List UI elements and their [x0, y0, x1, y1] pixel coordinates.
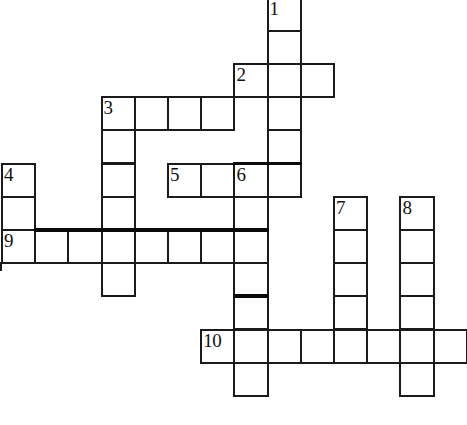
cell-r1c8[interactable]	[267, 30, 302, 65]
cell-r9c10[interactable]	[333, 295, 368, 330]
cell-r5c8[interactable]	[267, 163, 302, 198]
cell-r7c12[interactable]	[399, 229, 434, 264]
cell-r9c7[interactable]	[233, 295, 268, 330]
clue-number-10: 10	[203, 331, 221, 351]
cell-r3c5[interactable]	[167, 96, 202, 131]
cell-r2c8[interactable]	[267, 63, 302, 98]
cell-r5c7[interactable]: 6	[233, 163, 268, 198]
crossword-board: 12345678910	[0, 0, 467, 425]
cell-r8c12[interactable]	[399, 262, 434, 297]
cell-r7c6[interactable]	[200, 229, 235, 264]
bold-grid-line	[233, 162, 301, 165]
clue-number-4: 4	[4, 165, 13, 185]
cell-r2c9[interactable]	[300, 63, 335, 98]
cell-r3c8[interactable]	[267, 96, 302, 131]
cell-r5c0[interactable]: 4	[1, 163, 36, 198]
clue-number-9: 9	[4, 231, 13, 251]
cell-r7c4[interactable]	[134, 229, 169, 264]
cell-r5c5[interactable]: 5	[167, 163, 202, 198]
cell-r10c7[interactable]	[233, 329, 268, 364]
cell-r7c0[interactable]: 9	[1, 229, 36, 264]
clue-number-8: 8	[402, 198, 411, 218]
clue-number-6: 6	[236, 165, 245, 185]
cell-r8c7[interactable]	[233, 262, 268, 297]
cell-r6c12[interactable]: 8	[399, 196, 434, 231]
cell-r5c6[interactable]	[200, 163, 235, 198]
bold-grid-line	[34, 228, 268, 231]
clue-number-7: 7	[336, 198, 345, 218]
cell-r10c11[interactable]	[366, 329, 401, 364]
cell-r2c7[interactable]: 2	[233, 63, 268, 98]
cell-r6c10[interactable]: 7	[333, 196, 368, 231]
cell-r10c8[interactable]	[267, 329, 302, 364]
cell-r6c0[interactable]	[1, 196, 36, 231]
cell-r11c12[interactable]	[399, 362, 434, 397]
cell-r10c13[interactable]	[433, 329, 467, 364]
clue-number-3: 3	[104, 98, 113, 118]
cell-r3c6[interactable]	[200, 96, 235, 131]
cell-r9c12[interactable]	[399, 295, 434, 330]
cell-r0c8[interactable]: 1	[267, 0, 302, 32]
cell-r4c8[interactable]	[267, 129, 302, 164]
cell-r7c2[interactable]	[67, 229, 102, 264]
cell-r7c7[interactable]	[233, 229, 268, 264]
cell-r8c3[interactable]	[101, 262, 136, 297]
cell-r7c1[interactable]	[34, 229, 69, 264]
cell-r11c7[interactable]	[233, 362, 268, 397]
bold-grid-line	[233, 294, 268, 298]
cell-r3c3[interactable]: 3	[101, 96, 136, 131]
clue-number-2: 2	[236, 65, 245, 85]
stray-tick-mark	[0, 262, 2, 271]
clue-number-5: 5	[170, 165, 179, 185]
cell-r4c3[interactable]	[101, 129, 136, 164]
cell-r7c5[interactable]	[167, 229, 202, 264]
cell-r10c9[interactable]	[300, 329, 335, 364]
cell-r8c10[interactable]	[333, 262, 368, 297]
cell-r10c6[interactable]: 10	[200, 329, 235, 364]
cell-r6c3[interactable]	[101, 196, 136, 231]
cell-r10c10[interactable]	[333, 329, 368, 364]
cell-r7c3[interactable]	[101, 229, 136, 264]
cell-r7c10[interactable]	[333, 229, 368, 264]
cell-r6c7[interactable]	[233, 196, 268, 231]
cell-r3c4[interactable]	[134, 96, 169, 131]
cell-r10c12[interactable]	[399, 329, 434, 364]
cell-r5c3[interactable]	[101, 163, 136, 198]
clue-number-1: 1	[270, 0, 279, 18]
